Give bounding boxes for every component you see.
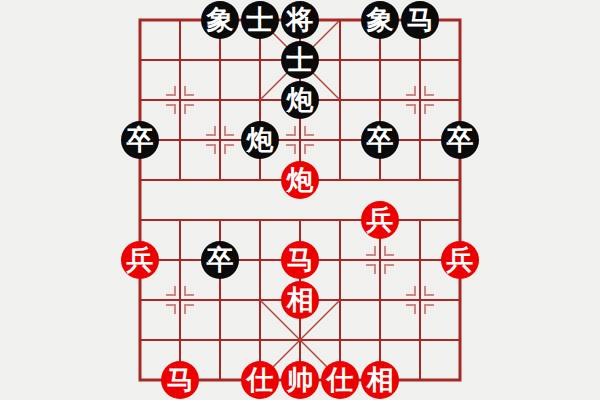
board-point-7-6[interactable]	[400, 240, 440, 280]
board-point-8-1[interactable]	[440, 40, 480, 80]
piece-red-advisor[interactable]: 仕	[321, 361, 359, 399]
board-point-1-1[interactable]	[160, 40, 200, 80]
board-point-7-8[interactable]	[400, 320, 440, 360]
board-point-5-2[interactable]	[320, 80, 360, 120]
board-point-0-4[interactable]	[120, 160, 160, 200]
board-point-3-6[interactable]	[240, 240, 280, 280]
board-point-5-6[interactable]	[320, 240, 360, 280]
board-point-5-8[interactable]	[320, 320, 360, 360]
board-point-5-4[interactable]	[320, 160, 360, 200]
xiangqi-board: 象士将象马士炮卒炮卒卒炮兵兵卒马兵相马仕帅仕相	[120, 0, 480, 400]
board-point-3-1[interactable]	[240, 40, 280, 80]
board-point-4-0[interactable]: 将	[280, 0, 320, 40]
piece-red-soldier[interactable]: 兵	[121, 241, 159, 279]
piece-black-soldier[interactable]: 卒	[121, 121, 159, 159]
board-point-8-7[interactable]	[440, 280, 480, 320]
piece-black-elephant[interactable]: 象	[361, 1, 399, 39]
board-point-3-2[interactable]	[240, 80, 280, 120]
board-point-7-2[interactable]	[400, 80, 440, 120]
board-point-2-5[interactable]	[200, 200, 240, 240]
board-point-4-8[interactable]	[280, 320, 320, 360]
board-point-3-8[interactable]	[240, 320, 280, 360]
board-point-6-5[interactable]: 兵	[360, 200, 400, 240]
piece-black-soldier[interactable]: 卒	[441, 121, 479, 159]
board-point-1-4[interactable]	[160, 160, 200, 200]
piece-red-king[interactable]: 帅	[281, 361, 319, 399]
board-point-3-0[interactable]: 士	[240, 0, 280, 40]
board-point-2-3[interactable]	[200, 120, 240, 160]
piece-black-advisor[interactable]: 士	[281, 41, 319, 79]
board-point-7-5[interactable]	[400, 200, 440, 240]
board-point-6-0[interactable]: 象	[360, 0, 400, 40]
board-point-7-1[interactable]	[400, 40, 440, 80]
xiangqi-app: 象士将象马士炮卒炮卒卒炮兵兵卒马兵相马仕帅仕相	[0, 0, 600, 400]
board-point-0-7[interactable]	[120, 280, 160, 320]
board-point-6-3[interactable]: 卒	[360, 120, 400, 160]
board-point-4-4[interactable]: 炮	[280, 160, 320, 200]
piece-red-horse[interactable]: 马	[161, 361, 199, 399]
board-point-8-4[interactable]	[440, 160, 480, 200]
board-point-1-6[interactable]	[160, 240, 200, 280]
board-point-2-0[interactable]: 象	[200, 0, 240, 40]
board-point-4-5[interactable]	[280, 200, 320, 240]
board-point-2-8[interactable]	[200, 320, 240, 360]
board-point-4-2[interactable]: 炮	[280, 80, 320, 120]
board-point-1-2[interactable]	[160, 80, 200, 120]
board-point-8-2[interactable]	[440, 80, 480, 120]
board-point-0-3[interactable]: 卒	[120, 120, 160, 160]
board-point-2-2[interactable]	[200, 80, 240, 120]
piece-black-cannon[interactable]: 炮	[241, 121, 279, 159]
board-point-7-9[interactable]	[400, 360, 440, 400]
board-point-2-4[interactable]	[200, 160, 240, 200]
board-point-2-1[interactable]	[200, 40, 240, 80]
piece-red-soldier[interactable]: 兵	[361, 201, 399, 239]
board-point-2-6[interactable]: 卒	[200, 240, 240, 280]
board-point-3-7[interactable]	[240, 280, 280, 320]
board-point-8-5[interactable]	[440, 200, 480, 240]
board-point-6-8[interactable]	[360, 320, 400, 360]
board-point-7-4[interactable]	[400, 160, 440, 200]
board-point-5-0[interactable]	[320, 0, 360, 40]
piece-red-horse[interactable]: 马	[281, 241, 319, 279]
board-point-5-3[interactable]	[320, 120, 360, 160]
piece-black-cannon[interactable]: 炮	[281, 81, 319, 119]
board-point-5-5[interactable]	[320, 200, 360, 240]
board-point-1-9[interactable]: 马	[160, 360, 200, 400]
board-point-0-9[interactable]	[120, 360, 160, 400]
board-point-4-1[interactable]: 士	[280, 40, 320, 80]
board-point-6-1[interactable]	[360, 40, 400, 80]
board-point-4-7[interactable]: 相	[280, 280, 320, 320]
board-point-2-7[interactable]	[200, 280, 240, 320]
board-point-1-7[interactable]	[160, 280, 200, 320]
board-point-6-2[interactable]	[360, 80, 400, 120]
board-point-6-7[interactable]	[360, 280, 400, 320]
board-point-5-7[interactable]	[320, 280, 360, 320]
board-point-7-7[interactable]	[400, 280, 440, 320]
board-point-0-2[interactable]	[120, 80, 160, 120]
board-point-8-6[interactable]: 兵	[440, 240, 480, 280]
board-point-1-8[interactable]	[160, 320, 200, 360]
board-point-3-5[interactable]	[240, 200, 280, 240]
board-point-1-5[interactable]	[160, 200, 200, 240]
board-point-8-9[interactable]	[440, 360, 480, 400]
board-point-0-8[interactable]	[120, 320, 160, 360]
piece-red-advisor[interactable]: 仕	[241, 361, 279, 399]
board-point-1-3[interactable]	[160, 120, 200, 160]
piece-black-advisor[interactable]: 士	[241, 1, 279, 39]
board-point-6-9[interactable]: 相	[360, 360, 400, 400]
piece-red-soldier[interactable]: 兵	[441, 241, 479, 279]
piece-red-elephant[interactable]: 相	[361, 361, 399, 399]
piece-black-horse[interactable]: 马	[401, 1, 439, 39]
board-point-4-6[interactable]: 马	[280, 240, 320, 280]
board-point-8-0[interactable]	[440, 0, 480, 40]
board-point-5-1[interactable]	[320, 40, 360, 80]
board-point-0-5[interactable]	[120, 200, 160, 240]
board-point-1-0[interactable]	[160, 0, 200, 40]
piece-black-soldier[interactable]: 卒	[361, 121, 399, 159]
board-point-0-1[interactable]	[120, 40, 160, 80]
board-point-5-9[interactable]: 仕	[320, 360, 360, 400]
board-point-4-3[interactable]	[280, 120, 320, 160]
board-point-3-3[interactable]: 炮	[240, 120, 280, 160]
board-point-4-9[interactable]: 帅	[280, 360, 320, 400]
board-point-8-8[interactable]	[440, 320, 480, 360]
board-point-3-9[interactable]: 仕	[240, 360, 280, 400]
board-point-0-0[interactable]	[120, 0, 160, 40]
board-point-6-6[interactable]	[360, 240, 400, 280]
piece-black-general[interactable]: 将	[281, 1, 319, 39]
board-point-7-0[interactable]: 马	[400, 0, 440, 40]
board-point-0-6[interactable]: 兵	[120, 240, 160, 280]
piece-red-cannon[interactable]: 炮	[281, 161, 319, 199]
piece-red-elephant[interactable]: 相	[281, 281, 319, 319]
piece-black-elephant[interactable]: 象	[201, 1, 239, 39]
board-point-8-3[interactable]: 卒	[440, 120, 480, 160]
board-point-7-3[interactable]	[400, 120, 440, 160]
board-point-3-4[interactable]	[240, 160, 280, 200]
board-point-2-9[interactable]	[200, 360, 240, 400]
board-point-6-4[interactable]	[360, 160, 400, 200]
piece-black-soldier[interactable]: 卒	[201, 241, 239, 279]
